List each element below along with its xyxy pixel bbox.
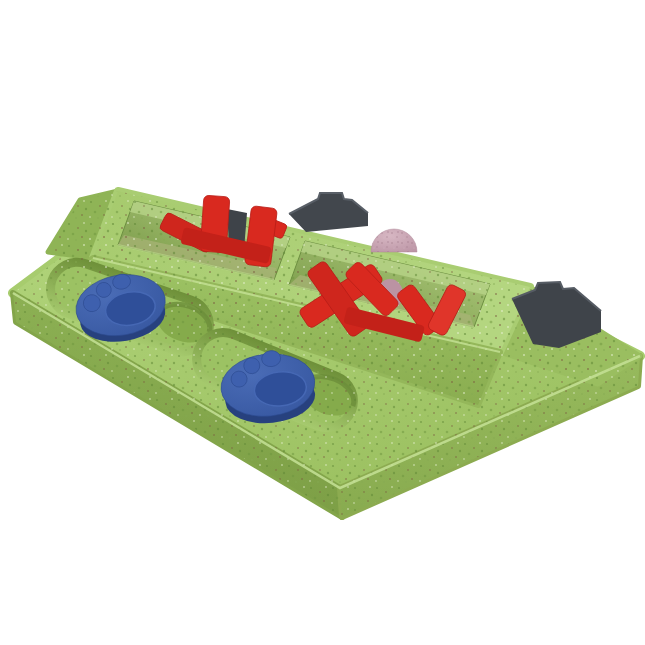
product-photo: [0, 0, 645, 645]
puzzle-toy-illustration: [0, 0, 645, 645]
